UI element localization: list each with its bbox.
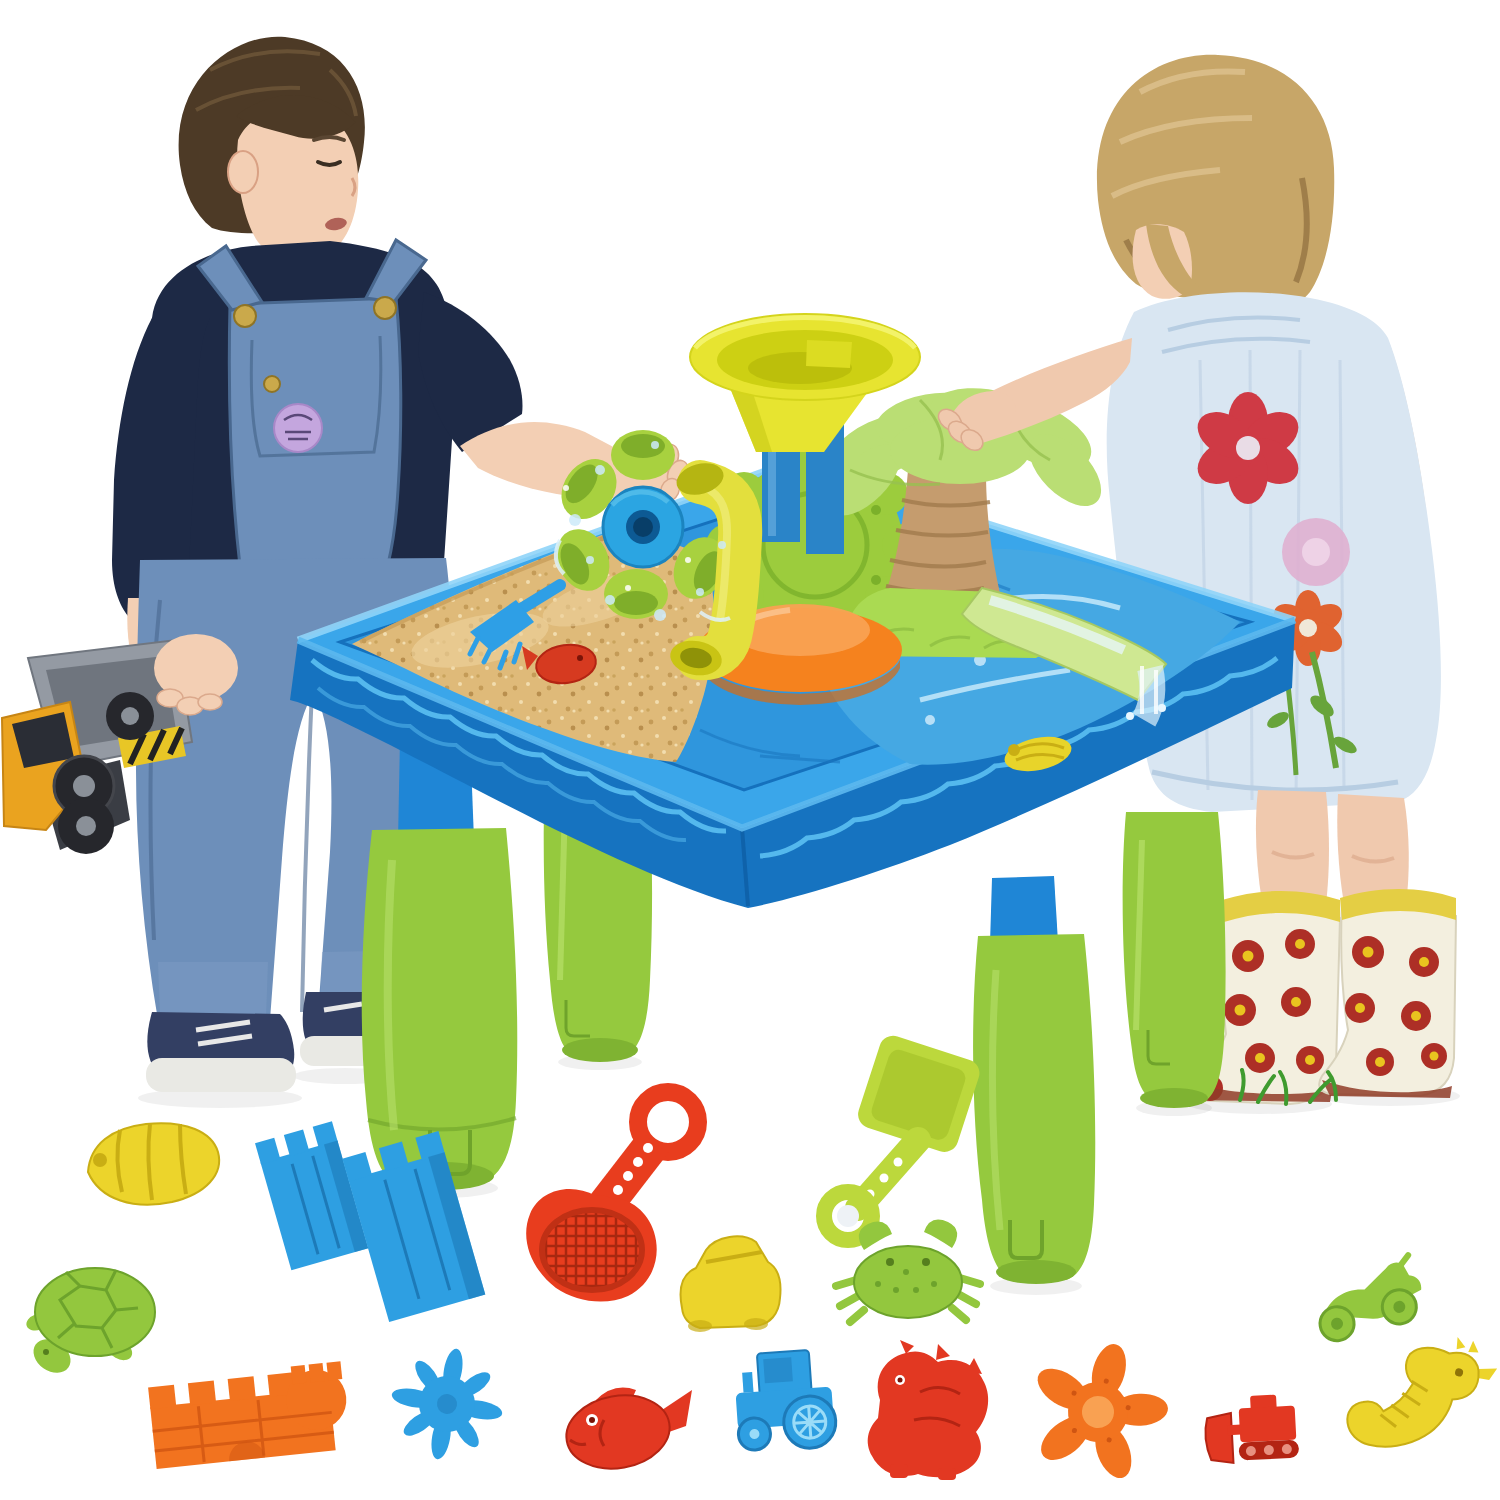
accessory-sand-sifter: Red sand sifter	[526, 1092, 698, 1302]
brass-button-left	[234, 305, 256, 327]
table-leg-front-right	[973, 876, 1095, 1284]
accessory-bulldozer-mold: Red bulldozer mold	[1204, 1394, 1300, 1465]
girl-legs	[1256, 790, 1409, 906]
leg-joint-blue	[990, 876, 1058, 944]
accessory-castle-wall-mold: Orange castle wall mold	[147, 1361, 351, 1469]
accessory-sand-shovel: Green sand shovel	[824, 1032, 983, 1240]
accessory-car-mold: Yellow car mold	[681, 1236, 781, 1332]
accessory-tractor-mold: Blue tractor mold	[733, 1348, 838, 1453]
accessory-octopus-mold: Blue octopus mold	[382, 1339, 512, 1469]
product-photo: light blue sleeveless dress painted with…	[0, 0, 1500, 1500]
accessory-dinosaur-mold: Red dinosaur mold	[868, 1340, 988, 1480]
paddle-cup	[611, 430, 675, 480]
brass-button-right	[374, 297, 396, 319]
overalls-badge	[274, 404, 322, 452]
dress-flower-pink	[1282, 518, 1350, 586]
accessory-turtle-mold: Green turtle mold	[24, 1268, 155, 1380]
accessory-seahorse-mold: Yellow seahorse mold	[1342, 1316, 1500, 1471]
accessory-motorcycle-mold: Green motorcycle mold	[1312, 1254, 1427, 1343]
table-leg-back-right	[1123, 812, 1226, 1108]
boy-ear	[228, 151, 258, 193]
funnel-inner-tab	[806, 340, 852, 368]
brass-button-pocket	[264, 376, 280, 392]
accessory-fish-mold: Red fish mold	[561, 1388, 692, 1477]
accessory-shell-mold: Yellow shell mold	[88, 1123, 219, 1204]
accessory-starfish-mold: Orange starfish mold	[1012, 1326, 1185, 1494]
